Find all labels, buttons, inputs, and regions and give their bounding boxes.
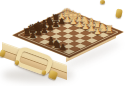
product-photo-chess-case: ♛♚♟♝♟♜♞♟♟♞♝♟♟♝♜♟♟♚♞♟♟♛♜♟♟♜♟♝♞♟ xyxy=(0,0,128,86)
brass-hasp-icon xyxy=(115,9,122,19)
brass-fitting-icon xyxy=(100,0,105,4)
